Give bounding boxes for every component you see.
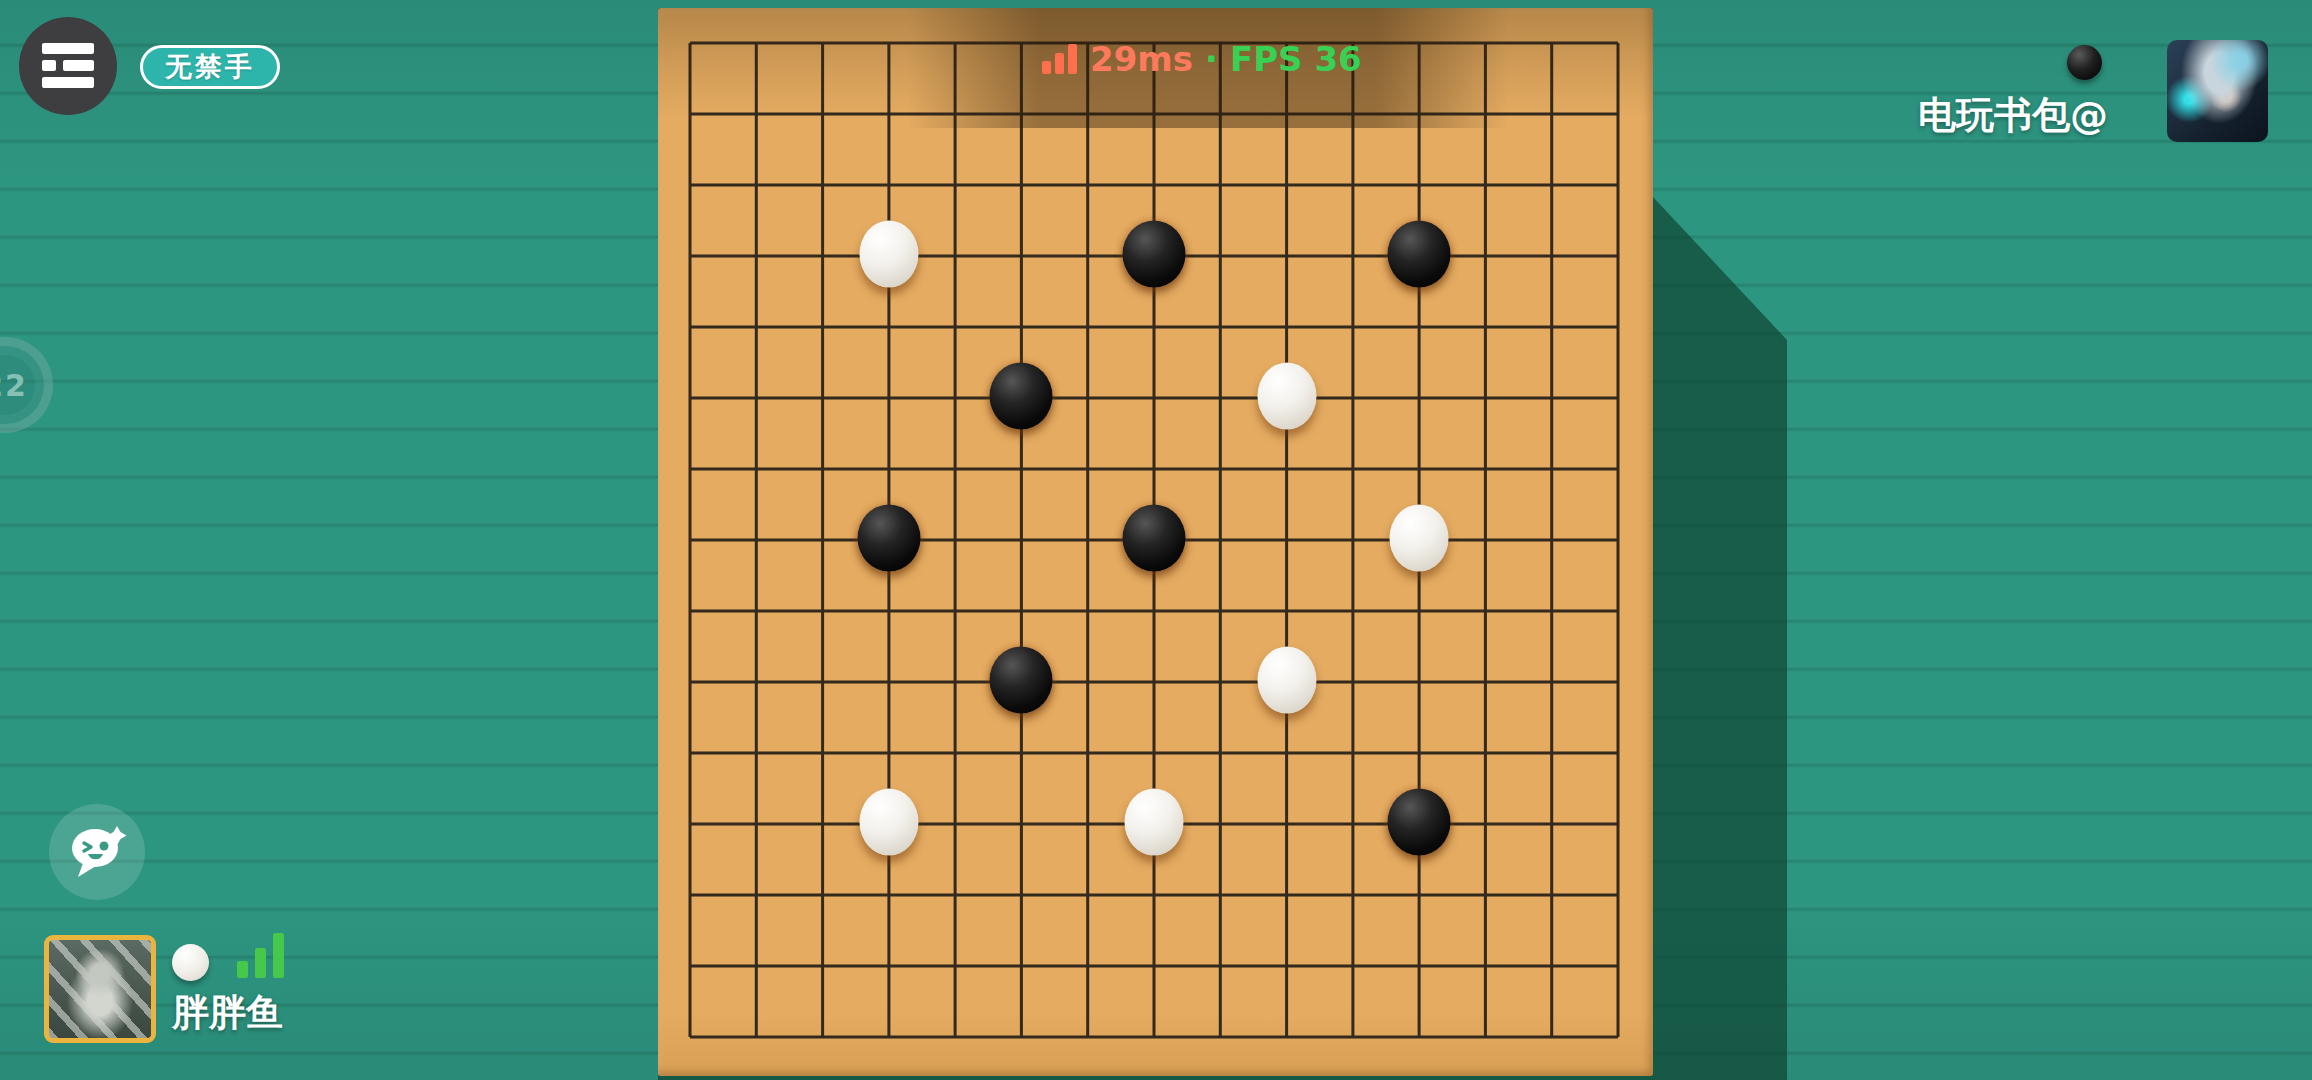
stone-black [1123, 220, 1186, 287]
rule-badge: 无禁手 [140, 45, 280, 89]
hamburger-menu-icon [42, 43, 94, 89]
board-shadow [1653, 0, 1793, 1080]
ghost-timer-value: 22 [0, 368, 28, 403]
stone-black [1388, 220, 1451, 287]
stone-white [1257, 362, 1316, 429]
gomoku-board[interactable] [658, 8, 1653, 1076]
stone-white [1390, 504, 1449, 571]
stone-white [1257, 646, 1316, 713]
stone-white [1125, 788, 1184, 855]
stone-white [859, 220, 918, 287]
stone-black [990, 362, 1053, 429]
opponent-panel: 电玩书包@ [1848, 40, 2268, 144]
hud-separator: · [1205, 39, 1218, 79]
player-stone-color-white-icon [172, 944, 209, 981]
player-panel: 胖胖鱼 [44, 930, 444, 1080]
chat-button[interactable] [49, 804, 145, 900]
network-hud: 29ms · FPS 36 [1042, 36, 1362, 82]
game-screen: 29ms · FPS 36 无禁手 电玩书包@ 胖胖鱼 22 [0, 0, 2312, 1080]
ping-value: 29ms [1090, 39, 1193, 79]
stone-black [1123, 504, 1186, 571]
opponent-name: 电玩书包@ [1918, 90, 2108, 141]
player-name: 胖胖鱼 [172, 988, 283, 1038]
stone-black [990, 646, 1053, 713]
stone-white [859, 788, 918, 855]
opponent-stone-color-black-icon [2067, 45, 2102, 80]
stone-black [857, 504, 920, 571]
chat-bubble-icon [66, 821, 128, 883]
connection-signal-icon [237, 933, 285, 978]
fps-value: FPS 36 [1230, 39, 1362, 79]
menu-button[interactable] [19, 17, 117, 115]
opponent-avatar[interactable] [2167, 40, 2268, 142]
ping-signal-icon [1042, 44, 1078, 74]
player-avatar[interactable] [44, 935, 156, 1043]
ghost-timer: 22 [0, 337, 53, 433]
stone-black [1388, 788, 1451, 855]
